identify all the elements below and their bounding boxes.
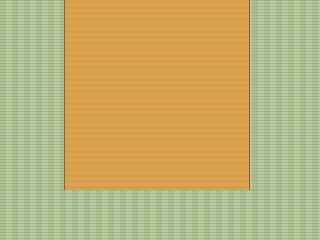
caption-panel <box>0 0 64 190</box>
go-board[interactable] <box>64 0 250 190</box>
